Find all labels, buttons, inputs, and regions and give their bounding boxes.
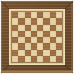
square-r8c8-dark[interactable]: [56, 56, 62, 62]
board-side-edge-bottom: [1, 70, 73, 73]
squares-grid: [12, 12, 62, 62]
board-side-edge-right: [71, 3, 73, 70]
maple-border: [9, 9, 65, 65]
product-photo-background: [0, 0, 74, 74]
chess-board: [1, 1, 73, 73]
